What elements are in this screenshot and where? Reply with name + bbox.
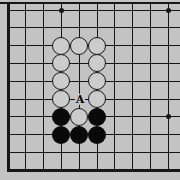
go-board: A [0,0,180,180]
grid-line-horizontal [7,10,180,11]
white-stone [52,37,70,55]
star-point [166,8,171,13]
star-point [59,8,64,13]
black-stone [52,126,70,144]
grid-line-horizontal [7,27,180,28]
white-stone [88,90,106,108]
white-stone [52,72,70,90]
star-point [166,114,171,119]
go-problem-diagram: A [0,0,180,180]
white-stone [52,90,70,108]
white-stone [88,72,106,90]
diagram-border-top [0,2,180,4]
white-stone [88,37,106,55]
white-stone [70,37,88,55]
board-edge-bottom [7,169,180,173]
white-stone [52,54,70,72]
white-stone [88,54,106,72]
black-stone [88,126,106,144]
black-stone [88,108,106,126]
grid-line-horizontal [7,152,180,153]
black-stone [70,126,88,144]
black-stone [52,108,70,126]
point-label-a: A [75,94,85,105]
white-stone [70,108,88,126]
